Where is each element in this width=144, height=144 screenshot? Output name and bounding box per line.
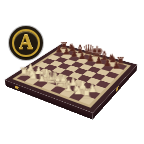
piece-black-queen: ♛ bbox=[83, 43, 92, 57]
board-scene: ♜♞♝♛♚♝♞♜♟♟♟♟♟♟♟♟♟♟♟♟♟♟♟♟♜♞♝♛♚♝♞♜ bbox=[4, 0, 144, 144]
piece-black-bishop: ♝ bbox=[75, 43, 84, 55]
square-g4 bbox=[86, 77, 100, 85]
square-f4 bbox=[77, 75, 91, 82]
brand-logo: A bbox=[9, 26, 43, 60]
piece-black-rook: ♜ bbox=[116, 56, 126, 67]
piece-black-rook: ♜ bbox=[60, 41, 69, 51]
piece-black-knight: ♞ bbox=[107, 53, 117, 64]
piece-black-bishop: ♝ bbox=[99, 50, 108, 62]
brass-hinge bbox=[14, 85, 18, 89]
product-photo[interactable]: A ♜♞♝♛♚♝♞♜♟♟♟♟♟♟♟♟♟♟♟♟♟♟♟♟♜♞♝♛♚♝♞♜ bbox=[0, 0, 144, 144]
piece-black-king: ♚ bbox=[90, 45, 99, 60]
piece-black-knight: ♞ bbox=[67, 42, 76, 53]
brand-logo-letter: A bbox=[19, 32, 33, 52]
brass-clasp bbox=[116, 86, 119, 92]
